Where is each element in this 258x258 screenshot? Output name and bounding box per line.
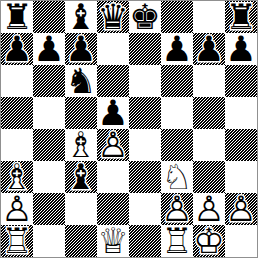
square-h7[interactable]: ♟ bbox=[225, 33, 257, 65]
square-d1[interactable]: ♕ bbox=[97, 225, 129, 257]
black-knight-c6: ♞ bbox=[65, 65, 97, 97]
square-a1[interactable]: ♖ bbox=[1, 225, 33, 257]
square-b1[interactable] bbox=[33, 225, 65, 257]
square-f6[interactable] bbox=[161, 65, 193, 97]
square-e7[interactable] bbox=[129, 33, 161, 65]
square-a7[interactable]: ♟ bbox=[1, 33, 33, 65]
square-g6[interactable] bbox=[193, 65, 225, 97]
square-g7[interactable]: ♟ bbox=[193, 33, 225, 65]
square-a5[interactable] bbox=[1, 97, 33, 129]
square-e4[interactable] bbox=[129, 129, 161, 161]
square-d4[interactable]: ♙ bbox=[97, 129, 129, 161]
square-c1[interactable] bbox=[65, 225, 97, 257]
black-bishop-c3: ♝ bbox=[65, 161, 97, 193]
white-king-g1: ♔ bbox=[193, 225, 225, 257]
white-rook-a1: ♖ bbox=[1, 225, 33, 257]
square-g1[interactable]: ♔ bbox=[193, 225, 225, 257]
square-h2[interactable]: ♙ bbox=[225, 193, 257, 225]
white-rook-f1: ♖ bbox=[161, 225, 193, 257]
white-queen-d1: ♕ bbox=[97, 225, 129, 257]
square-e8[interactable]: ♚ bbox=[129, 1, 161, 33]
white-pawn-d4: ♙ bbox=[97, 129, 129, 161]
black-pawn-g7: ♟ bbox=[193, 33, 225, 65]
square-e3[interactable] bbox=[129, 161, 161, 193]
square-b5[interactable] bbox=[33, 97, 65, 129]
black-pawn-a7: ♟ bbox=[1, 33, 33, 65]
square-f1[interactable]: ♖ bbox=[161, 225, 193, 257]
square-b3[interactable] bbox=[33, 161, 65, 193]
black-pawn-h7: ♟ bbox=[225, 33, 257, 65]
square-g5[interactable] bbox=[193, 97, 225, 129]
square-h1[interactable] bbox=[225, 225, 257, 257]
square-c2[interactable] bbox=[65, 193, 97, 225]
square-e2[interactable] bbox=[129, 193, 161, 225]
square-b4[interactable] bbox=[33, 129, 65, 161]
black-queen-d8: ♛ bbox=[97, 1, 129, 33]
square-h6[interactable] bbox=[225, 65, 257, 97]
chess-board: ♜♝♛♚♜♟♟♟♟♟♟♞♟♗♙♗♝♘♙♙♙♙♖♕♖♔ bbox=[0, 0, 258, 258]
square-b6[interactable] bbox=[33, 65, 65, 97]
black-pawn-f7: ♟ bbox=[161, 33, 193, 65]
white-pawn-h2: ♙ bbox=[225, 193, 257, 225]
square-f5[interactable] bbox=[161, 97, 193, 129]
square-b7[interactable]: ♟ bbox=[33, 33, 65, 65]
square-h4[interactable] bbox=[225, 129, 257, 161]
square-a6[interactable] bbox=[1, 65, 33, 97]
square-d8[interactable]: ♛ bbox=[97, 1, 129, 33]
square-d7[interactable] bbox=[97, 33, 129, 65]
board-grid: ♜♝♛♚♜♟♟♟♟♟♟♞♟♗♙♗♝♘♙♙♙♙♖♕♖♔ bbox=[1, 1, 257, 257]
square-e5[interactable] bbox=[129, 97, 161, 129]
square-f7[interactable]: ♟ bbox=[161, 33, 193, 65]
square-c6[interactable]: ♞ bbox=[65, 65, 97, 97]
square-e6[interactable] bbox=[129, 65, 161, 97]
black-pawn-b7: ♟ bbox=[33, 33, 65, 65]
square-g4[interactable] bbox=[193, 129, 225, 161]
square-e1[interactable] bbox=[129, 225, 161, 257]
black-king-e8: ♚ bbox=[129, 1, 161, 33]
square-d3[interactable] bbox=[97, 161, 129, 193]
square-c3[interactable]: ♝ bbox=[65, 161, 97, 193]
square-b2[interactable] bbox=[33, 193, 65, 225]
square-h5[interactable] bbox=[225, 97, 257, 129]
